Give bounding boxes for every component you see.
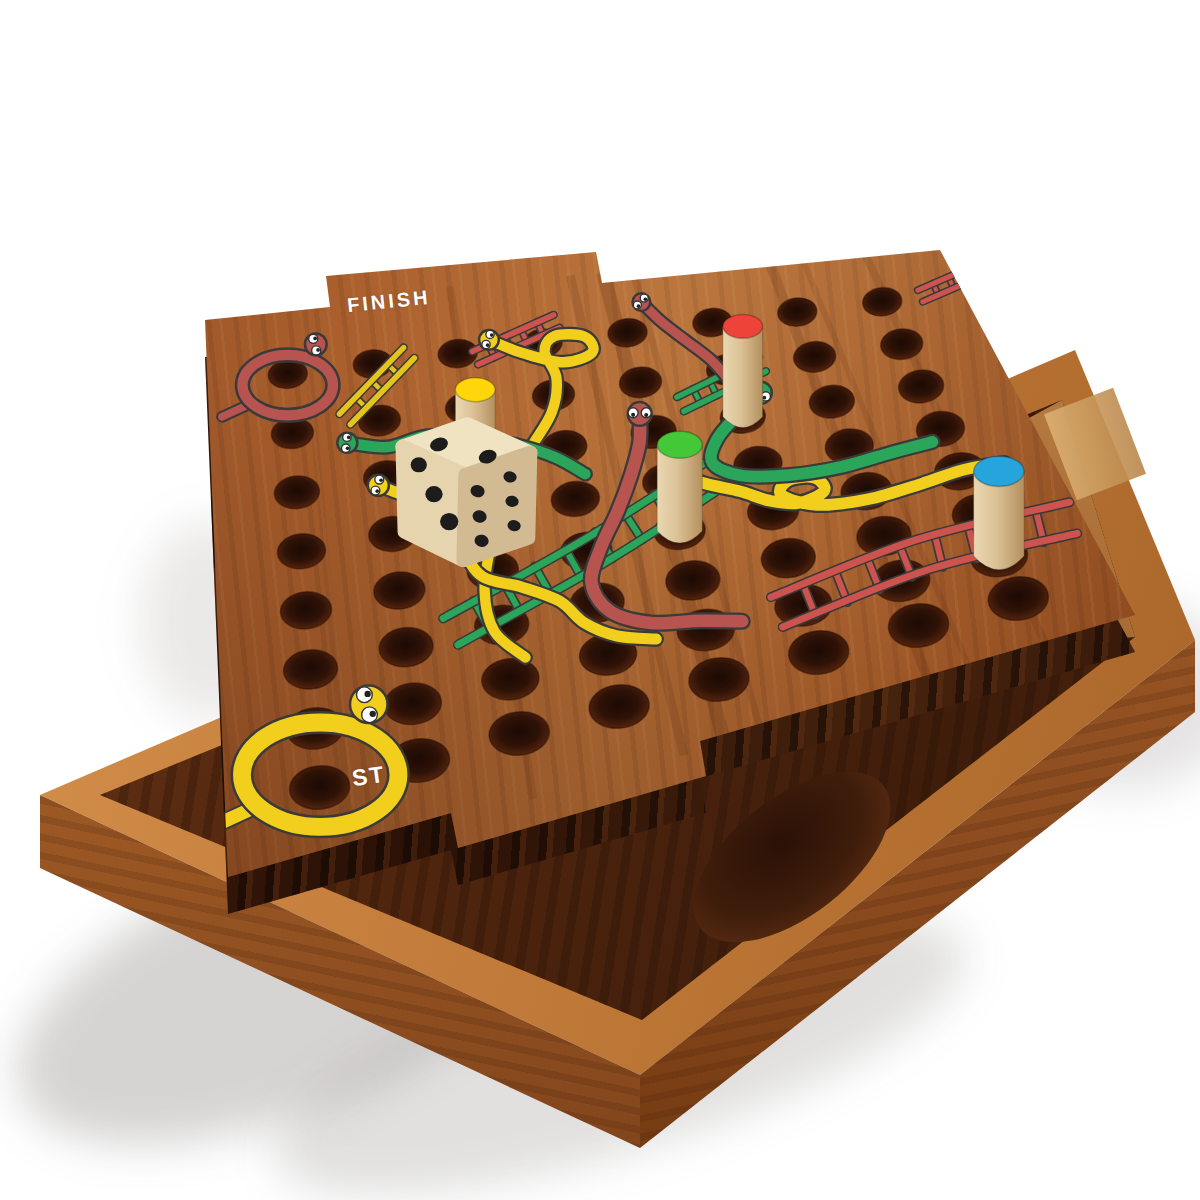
product-photo-scene: FINISH ST xyxy=(0,0,1200,1200)
peg-red[interactable] xyxy=(723,314,763,427)
peg-green[interactable] xyxy=(657,431,702,543)
pieces-layer xyxy=(0,0,1200,1200)
die[interactable] xyxy=(403,424,531,560)
peg-blue[interactable] xyxy=(974,456,1024,570)
start-label: ST xyxy=(350,761,387,792)
